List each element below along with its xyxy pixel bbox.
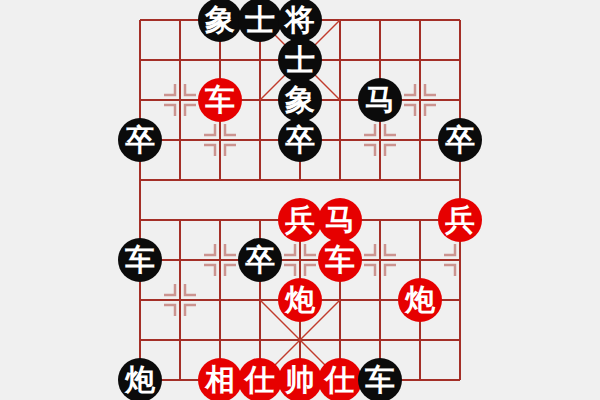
piece-black-advisor[interactable]: 士	[278, 38, 322, 82]
piece-red-cannon[interactable]: 炮	[278, 278, 322, 322]
piece-black-soldier[interactable]: 卒	[438, 118, 482, 162]
piece-red-cannon[interactable]: 炮	[398, 278, 442, 322]
pieces-layer: 象士将士车象马卒卒卒兵马兵车卒车炮炮炮相仕帅仕车	[0, 0, 600, 400]
piece-red-soldier[interactable]: 兵	[438, 198, 482, 242]
piece-black-cannon[interactable]: 炮	[118, 358, 162, 400]
piece-black-soldier[interactable]: 卒	[238, 238, 282, 282]
piece-black-elephant[interactable]: 象	[198, 0, 242, 42]
piece-red-soldier[interactable]: 兵	[278, 198, 322, 242]
piece-red-advisor[interactable]: 仕	[318, 358, 362, 400]
piece-black-horse[interactable]: 马	[358, 78, 402, 122]
piece-red-horse[interactable]: 马	[318, 198, 362, 242]
piece-black-general[interactable]: 将	[278, 0, 322, 42]
piece-red-chariot[interactable]: 车	[198, 78, 242, 122]
piece-black-advisor[interactable]: 士	[238, 0, 282, 42]
piece-red-general[interactable]: 帅	[278, 358, 322, 400]
piece-red-advisor[interactable]: 仕	[238, 358, 282, 400]
piece-black-chariot[interactable]: 车	[358, 358, 402, 400]
piece-black-soldier[interactable]: 卒	[278, 118, 322, 162]
piece-red-elephant[interactable]: 相	[198, 358, 242, 400]
piece-black-chariot[interactable]: 车	[118, 238, 162, 282]
piece-red-chariot[interactable]: 车	[318, 238, 362, 282]
xiangqi-board: 象士将士车象马卒卒卒兵马兵车卒车炮炮炮相仕帅仕车	[0, 0, 600, 400]
piece-black-elephant[interactable]: 象	[278, 78, 322, 122]
piece-black-soldier[interactable]: 卒	[118, 118, 162, 162]
